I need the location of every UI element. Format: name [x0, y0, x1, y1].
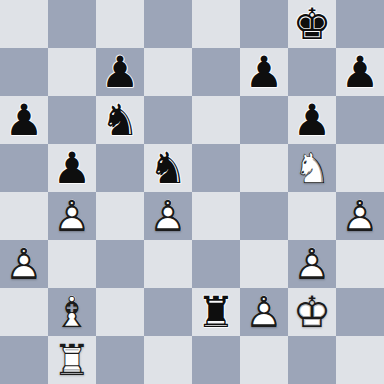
square-e3[interactable]	[192, 240, 240, 288]
square-d8[interactable]	[144, 0, 192, 48]
square-b2[interactable]: ♝♗	[48, 288, 96, 336]
piece-outline-layer: ♙	[0, 240, 48, 288]
square-a5[interactable]	[0, 144, 48, 192]
square-b7[interactable]	[48, 48, 96, 96]
square-a1[interactable]	[0, 336, 48, 384]
piece-white-rook[interactable]: ♜♖	[48, 336, 96, 384]
square-g5[interactable]: ♞♘	[288, 144, 336, 192]
piece-outline-layer: ♔	[288, 288, 336, 336]
square-c4[interactable]	[96, 192, 144, 240]
piece-outline-layer: ♖	[48, 336, 96, 384]
square-b1[interactable]: ♜♖	[48, 336, 96, 384]
square-e1[interactable]	[192, 336, 240, 384]
piece-white-pawn[interactable]: ♟♙	[240, 288, 288, 336]
piece-black-rook[interactable]: ♜	[192, 288, 240, 336]
square-e8[interactable]	[192, 0, 240, 48]
piece-white-pawn[interactable]: ♟♙	[336, 192, 384, 240]
square-d5[interactable]: ♞	[144, 144, 192, 192]
piece-white-pawn[interactable]: ♟♙	[144, 192, 192, 240]
piece-white-bishop[interactable]: ♝♗	[48, 288, 96, 336]
square-b6[interactable]	[48, 96, 96, 144]
square-a4[interactable]	[0, 192, 48, 240]
piece-white-pawn[interactable]: ♟♙	[288, 240, 336, 288]
square-c5[interactable]	[96, 144, 144, 192]
piece-black-pawn[interactable]: ♟	[336, 48, 384, 96]
square-a6[interactable]: ♟	[0, 96, 48, 144]
square-f8[interactable]	[240, 0, 288, 48]
square-b8[interactable]	[48, 0, 96, 48]
square-g3[interactable]: ♟♙	[288, 240, 336, 288]
square-c7[interactable]: ♟	[96, 48, 144, 96]
square-a3[interactable]: ♟♙	[0, 240, 48, 288]
square-c3[interactable]	[96, 240, 144, 288]
square-g2[interactable]: ♚♔	[288, 288, 336, 336]
square-h4[interactable]: ♟♙	[336, 192, 384, 240]
square-f2[interactable]: ♟♙	[240, 288, 288, 336]
square-f7[interactable]: ♟	[240, 48, 288, 96]
square-d6[interactable]	[144, 96, 192, 144]
square-f6[interactable]	[240, 96, 288, 144]
piece-outline-layer: ♙	[144, 192, 192, 240]
square-e6[interactable]	[192, 96, 240, 144]
chess-board: ♚♟♟♟♟♞♟♟♞♞♘♟♙♟♙♟♙♟♙♟♙♝♗♜♟♙♚♔♜♖	[0, 0, 384, 384]
square-g7[interactable]	[288, 48, 336, 96]
piece-black-pawn[interactable]: ♟	[96, 48, 144, 96]
square-d4[interactable]: ♟♙	[144, 192, 192, 240]
piece-outline-layer: ♙	[48, 192, 96, 240]
square-f1[interactable]	[240, 336, 288, 384]
piece-white-pawn[interactable]: ♟♙	[0, 240, 48, 288]
square-e4[interactable]	[192, 192, 240, 240]
square-g1[interactable]	[288, 336, 336, 384]
square-c1[interactable]	[96, 336, 144, 384]
piece-black-king[interactable]: ♚	[288, 0, 336, 48]
piece-outline-layer: ♗	[48, 288, 96, 336]
square-a2[interactable]	[0, 288, 48, 336]
piece-black-pawn[interactable]: ♟	[240, 48, 288, 96]
square-g6[interactable]: ♟	[288, 96, 336, 144]
square-b4[interactable]: ♟♙	[48, 192, 96, 240]
piece-outline-layer: ♙	[240, 288, 288, 336]
square-h2[interactable]	[336, 288, 384, 336]
piece-outline-layer: ♙	[288, 240, 336, 288]
square-b3[interactable]	[48, 240, 96, 288]
square-f4[interactable]	[240, 192, 288, 240]
square-d1[interactable]	[144, 336, 192, 384]
piece-white-king[interactable]: ♚♔	[288, 288, 336, 336]
square-a7[interactable]	[0, 48, 48, 96]
piece-black-pawn[interactable]: ♟	[0, 96, 48, 144]
square-d7[interactable]	[144, 48, 192, 96]
piece-black-knight[interactable]: ♞	[144, 144, 192, 192]
piece-outline-layer: ♘	[288, 144, 336, 192]
square-e7[interactable]	[192, 48, 240, 96]
square-f5[interactable]	[240, 144, 288, 192]
piece-black-pawn[interactable]: ♟	[48, 144, 96, 192]
piece-white-pawn[interactable]: ♟♙	[48, 192, 96, 240]
piece-outline-layer: ♙	[336, 192, 384, 240]
piece-white-knight[interactable]: ♞♘	[288, 144, 336, 192]
square-h6[interactable]	[336, 96, 384, 144]
square-h8[interactable]	[336, 0, 384, 48]
square-h7[interactable]: ♟	[336, 48, 384, 96]
square-g8[interactable]: ♚	[288, 0, 336, 48]
square-h1[interactable]	[336, 336, 384, 384]
square-g4[interactable]	[288, 192, 336, 240]
square-b5[interactable]: ♟	[48, 144, 96, 192]
square-h3[interactable]	[336, 240, 384, 288]
piece-black-pawn[interactable]: ♟	[288, 96, 336, 144]
square-c8[interactable]	[96, 0, 144, 48]
square-e2[interactable]: ♜	[192, 288, 240, 336]
piece-black-knight[interactable]: ♞	[96, 96, 144, 144]
square-f3[interactable]	[240, 240, 288, 288]
square-d3[interactable]	[144, 240, 192, 288]
square-h5[interactable]	[336, 144, 384, 192]
square-c2[interactable]	[96, 288, 144, 336]
square-d2[interactable]	[144, 288, 192, 336]
square-a8[interactable]	[0, 0, 48, 48]
square-c6[interactable]: ♞	[96, 96, 144, 144]
square-e5[interactable]	[192, 144, 240, 192]
